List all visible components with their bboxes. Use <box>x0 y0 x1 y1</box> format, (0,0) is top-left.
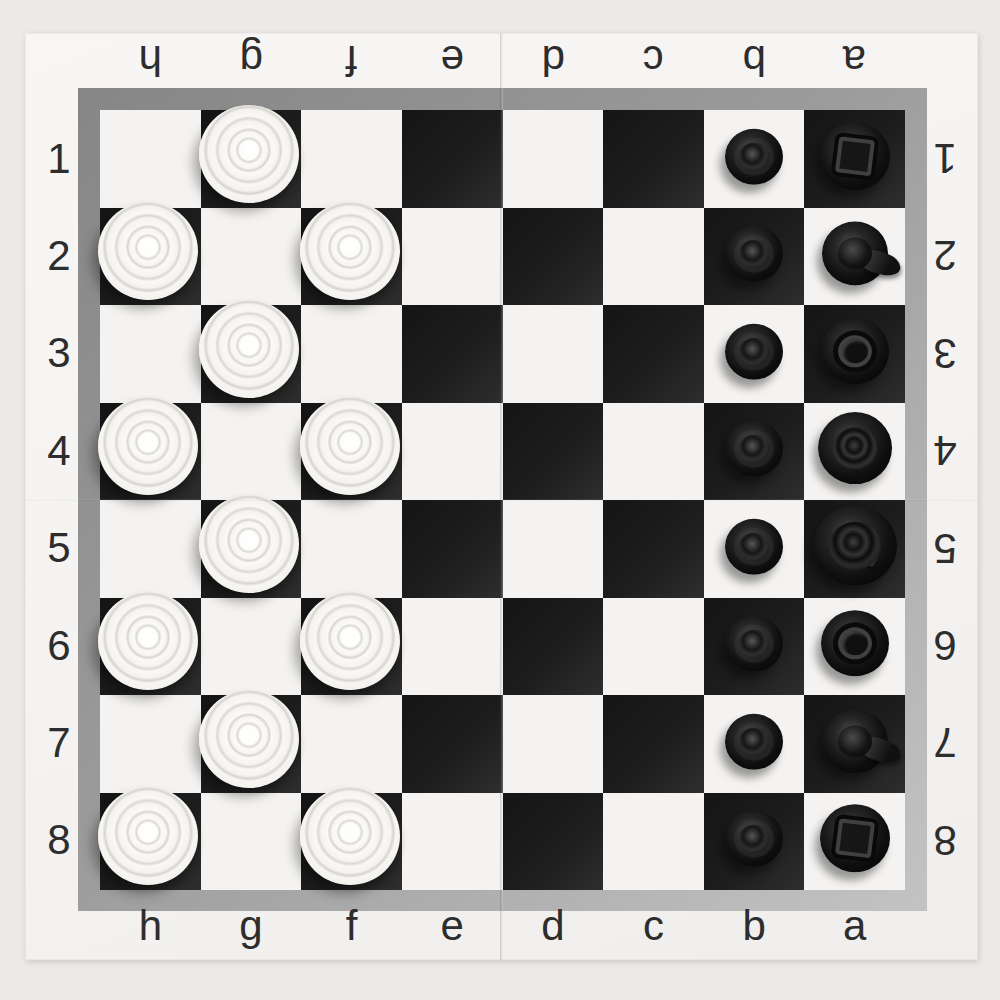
square-f1 <box>301 110 402 208</box>
board-border-frame <box>78 88 927 911</box>
square-c8 <box>603 793 704 891</box>
photo-stage: hgfedcba hgfedcba 12345678 12345678 <box>0 0 1000 1000</box>
square-f4 <box>301 403 402 501</box>
black-pawn-b7 <box>725 714 783 770</box>
coordinate-label-3: 3 <box>914 305 976 402</box>
coordinate-label-e: e <box>402 898 503 954</box>
coordinate-label-b: b <box>704 898 805 954</box>
file-labels-top: hgfedcba <box>100 34 905 86</box>
square-b6 <box>704 598 805 696</box>
white-checker-g1 <box>199 105 299 203</box>
square-e1 <box>402 110 503 208</box>
square-d1 <box>503 110 604 208</box>
coordinate-label-6: 6 <box>28 597 90 694</box>
white-checker-f2 <box>300 202 400 300</box>
coordinate-label-7: 7 <box>914 694 976 791</box>
square-c2 <box>603 208 704 306</box>
black-pawn-b3 <box>725 324 783 380</box>
square-a3 <box>804 305 905 403</box>
square-b7 <box>704 695 805 793</box>
square-d7 <box>503 695 604 793</box>
coordinate-label-1: 1 <box>914 110 976 207</box>
square-d3 <box>503 305 604 403</box>
white-checker-f4 <box>300 397 400 495</box>
coordinate-label-a: a <box>804 34 905 86</box>
coordinate-label-2: 2 <box>28 207 90 304</box>
square-b2 <box>704 208 805 306</box>
square-h7 <box>100 695 201 793</box>
square-a8 <box>804 793 905 891</box>
coordinate-label-g: g <box>201 34 302 86</box>
coordinate-label-f: f <box>301 34 402 86</box>
coordinate-label-g: g <box>201 898 302 954</box>
square-b8 <box>704 793 805 891</box>
coordinate-label-f: f <box>301 898 402 954</box>
square-c6 <box>603 598 704 696</box>
square-f3 <box>301 305 402 403</box>
black-queen-a4 <box>818 412 892 484</box>
coordinate-label-2: 2 <box>914 207 976 304</box>
black-rook-a8 <box>820 805 890 873</box>
square-g7 <box>201 695 302 793</box>
square-a6 <box>804 598 905 696</box>
square-e7 <box>402 695 503 793</box>
coordinate-label-5: 5 <box>914 500 976 597</box>
square-f6 <box>301 598 402 696</box>
coordinate-label-c: c <box>603 34 704 86</box>
white-checker-f8 <box>300 787 400 885</box>
coordinate-label-5: 5 <box>28 500 90 597</box>
file-labels-bottom: hgfedcba <box>100 898 905 954</box>
square-e2 <box>402 208 503 306</box>
rank-labels-left: 12345678 <box>28 110 90 889</box>
black-knight-a2 <box>822 222 888 286</box>
square-f8 <box>301 793 402 891</box>
square-g8 <box>201 793 302 891</box>
square-f7 <box>301 695 402 793</box>
black-pawn-b5 <box>725 519 783 575</box>
black-bishop-a3 <box>821 318 889 384</box>
coordinate-label-1: 1 <box>28 110 90 207</box>
white-checker-f6 <box>300 592 400 690</box>
square-h8 <box>100 793 201 891</box>
square-c3 <box>603 305 704 403</box>
square-h6 <box>100 598 201 696</box>
square-a4 <box>804 403 905 501</box>
square-h4 <box>100 403 201 501</box>
black-rook-a1 <box>820 122 890 190</box>
coordinate-label-a: a <box>804 898 905 954</box>
square-g3 <box>201 305 302 403</box>
white-checker-h6 <box>98 592 198 690</box>
black-pawn-b4 <box>725 421 783 477</box>
square-b1 <box>704 110 805 208</box>
square-c4 <box>603 403 704 501</box>
coordinate-label-e: e <box>402 34 503 86</box>
black-bishop-a6 <box>821 611 889 677</box>
board-grid <box>100 110 905 890</box>
square-d8 <box>503 793 604 891</box>
square-g2 <box>201 208 302 306</box>
square-c1 <box>603 110 704 208</box>
square-g4 <box>201 403 302 501</box>
square-e4 <box>402 403 503 501</box>
white-checker-h4 <box>98 397 198 495</box>
square-b4 <box>704 403 805 501</box>
square-d6 <box>503 598 604 696</box>
coordinate-label-d: d <box>503 34 604 86</box>
square-g1 <box>201 110 302 208</box>
square-b3 <box>704 305 805 403</box>
black-king-a5 <box>813 506 897 586</box>
black-pawn-b8 <box>725 811 783 867</box>
white-checker-h8 <box>98 787 198 885</box>
square-c5 <box>603 500 704 598</box>
coordinate-label-c: c <box>603 898 704 954</box>
coordinate-label-6: 6 <box>914 597 976 694</box>
square-e5 <box>402 500 503 598</box>
square-h2 <box>100 208 201 306</box>
coordinate-label-h: h <box>100 898 201 954</box>
white-checker-g7 <box>199 690 299 788</box>
black-knight-a7 <box>822 709 888 773</box>
rank-labels-right: 12345678 <box>914 110 976 889</box>
square-f2 <box>301 208 402 306</box>
square-g6 <box>201 598 302 696</box>
square-a5 <box>804 500 905 598</box>
white-checker-h2 <box>98 202 198 300</box>
square-d5 <box>503 500 604 598</box>
square-e3 <box>402 305 503 403</box>
coordinate-label-3: 3 <box>28 305 90 402</box>
coordinate-label-8: 8 <box>914 792 976 889</box>
coordinate-label-8: 8 <box>28 792 90 889</box>
coordinate-label-4: 4 <box>914 402 976 499</box>
square-a1 <box>804 110 905 208</box>
black-pawn-b2 <box>725 226 783 282</box>
square-d2 <box>503 208 604 306</box>
square-c7 <box>603 695 704 793</box>
white-checker-g5 <box>199 495 299 593</box>
square-h3 <box>100 305 201 403</box>
coordinate-label-d: d <box>503 898 604 954</box>
square-g5 <box>201 500 302 598</box>
coordinate-label-7: 7 <box>28 694 90 791</box>
white-checker-g3 <box>199 300 299 398</box>
coordinate-label-h: h <box>100 34 201 86</box>
square-h1 <box>100 110 201 208</box>
coordinate-label-4: 4 <box>28 402 90 499</box>
black-pawn-b6 <box>725 616 783 672</box>
square-e8 <box>402 793 503 891</box>
square-f5 <box>301 500 402 598</box>
square-h5 <box>100 500 201 598</box>
square-b5 <box>704 500 805 598</box>
square-a7 <box>804 695 905 793</box>
square-e6 <box>402 598 503 696</box>
square-d4 <box>503 403 604 501</box>
coordinate-label-b: b <box>704 34 805 86</box>
square-a2 <box>804 208 905 306</box>
black-pawn-b1 <box>725 129 783 185</box>
